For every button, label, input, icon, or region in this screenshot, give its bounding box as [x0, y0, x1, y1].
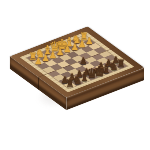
square-a5	[48, 70, 61, 77]
square-f7	[95, 64, 108, 71]
square-g8	[107, 65, 120, 72]
square-e6	[82, 63, 95, 70]
chess-set-photo: ♜♞♝♛♚♝♞♜♟♟♟♟♟♟♟♟♟♟♟♟♟♟♟♟♜♞♝♛♚♝♞♜	[0, 0, 150, 150]
square-b4	[50, 64, 63, 71]
square-d5	[70, 62, 83, 69]
square-b5	[55, 68, 68, 75]
square-g7	[102, 61, 115, 68]
square-c6	[68, 69, 81, 76]
square-b7	[66, 75, 79, 82]
fold-seam-side	[38, 77, 39, 90]
square-c7	[73, 73, 86, 80]
square-d7	[80, 70, 93, 77]
square-a8	[64, 82, 77, 89]
square-c8	[78, 76, 91, 83]
square-d8	[86, 74, 99, 81]
square-h8	[115, 62, 128, 69]
square-a3	[37, 63, 50, 70]
square-e7	[88, 67, 101, 74]
square-d6	[75, 66, 88, 73]
square-a7	[58, 78, 71, 85]
square-a4	[43, 67, 56, 74]
square-e8	[93, 71, 106, 78]
square-b6	[60, 71, 73, 78]
square-f8	[100, 68, 113, 75]
square-b8	[71, 79, 84, 86]
square-a6	[53, 74, 66, 81]
square-c5	[62, 65, 75, 72]
